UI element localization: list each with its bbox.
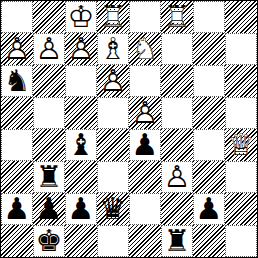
square-h2[interactable] <box>225 193 257 225</box>
square-c8[interactable]: ♚♔ <box>65 1 97 33</box>
square-b1[interactable]: ♚ <box>33 225 65 257</box>
square-e1[interactable] <box>129 225 161 257</box>
square-g2[interactable]: ♟ <box>193 193 225 225</box>
square-g6[interactable] <box>193 65 225 97</box>
square-b6[interactable] <box>33 65 65 97</box>
square-c5[interactable] <box>65 97 97 129</box>
black-pawn-glyph: ♟ <box>33 193 65 225</box>
square-b3[interactable]: ♜ <box>33 161 65 193</box>
square-d4[interactable] <box>97 129 129 161</box>
white-knight[interactable]: ♞♘ <box>129 33 161 65</box>
white-queen-outline: ♕ <box>225 129 257 161</box>
black-king-glyph: ♚ <box>34 226 64 256</box>
black-knight-glyph: ♞ <box>2 66 32 96</box>
chess-board: ♚♔♜♖♜♖♟♙♟♙♟♙♝♗♞♘♞♟♙♟♙♝♟♛♕♜♟♙♟♟♟♛♟♚♜ <box>0 0 258 258</box>
square-a3[interactable] <box>1 161 33 193</box>
black-pawn-glyph: ♟ <box>2 194 32 224</box>
square-d5[interactable] <box>97 97 129 129</box>
black-rook[interactable]: ♜ <box>34 162 64 192</box>
square-a7[interactable]: ♟♙ <box>1 33 33 65</box>
square-h4[interactable]: ♛♕ <box>225 129 257 161</box>
square-e7[interactable]: ♞♘ <box>129 33 161 65</box>
black-queen-glyph: ♛ <box>97 193 129 225</box>
white-rook[interactable]: ♜♖ <box>161 1 193 33</box>
square-h1[interactable] <box>225 225 257 257</box>
square-b8[interactable] <box>33 1 65 33</box>
square-c2[interactable]: ♟ <box>65 193 97 225</box>
white-pawn[interactable]: ♟♙ <box>129 97 161 129</box>
square-a1[interactable] <box>1 225 33 257</box>
white-pawn-outline: ♙ <box>1 33 33 65</box>
black-pawn-glyph: ♟ <box>66 194 96 224</box>
square-b4[interactable] <box>33 129 65 161</box>
square-a2[interactable]: ♟ <box>1 193 33 225</box>
square-g7[interactable] <box>193 33 225 65</box>
white-knight-outline: ♘ <box>129 33 161 65</box>
black-pawn[interactable]: ♟ <box>130 130 160 160</box>
black-bishop-glyph: ♝ <box>66 130 96 160</box>
black-knight[interactable]: ♞ <box>2 66 32 96</box>
square-c6[interactable] <box>65 65 97 97</box>
black-queen[interactable]: ♛ <box>97 193 129 225</box>
square-f2[interactable] <box>161 193 193 225</box>
white-pawn-outline: ♙ <box>97 65 129 97</box>
square-f8[interactable]: ♜♖ <box>161 1 193 33</box>
square-b5[interactable] <box>33 97 65 129</box>
white-king[interactable]: ♚♔ <box>66 2 96 32</box>
chess-diagram: ♚♔♜♖♜♖♟♙♟♙♟♙♝♗♞♘♞♟♙♟♙♝♟♛♕♜♟♙♟♟♟♛♟♚♜ <box>0 0 258 258</box>
white-pawn[interactable]: ♟♙ <box>65 33 97 65</box>
black-pawn[interactable]: ♟ <box>66 194 96 224</box>
square-d8[interactable]: ♜♖ <box>97 1 129 33</box>
square-d3[interactable] <box>97 161 129 193</box>
white-pawn[interactable]: ♟♙ <box>1 33 33 65</box>
white-pawn-outline: ♙ <box>129 97 161 129</box>
square-h6[interactable] <box>225 65 257 97</box>
square-c7[interactable]: ♟♙ <box>65 33 97 65</box>
square-f6[interactable] <box>161 65 193 97</box>
white-bishop-outline: ♗ <box>98 34 128 64</box>
white-pawn-outline: ♙ <box>65 33 97 65</box>
white-pawn-outline: ♙ <box>162 162 192 192</box>
square-d6[interactable]: ♟♙ <box>97 65 129 97</box>
square-c1[interactable] <box>65 225 97 257</box>
black-rook-glyph: ♜ <box>162 226 192 256</box>
white-pawn[interactable]: ♟♙ <box>34 34 64 64</box>
white-queen[interactable]: ♛♕ <box>225 129 257 161</box>
square-f7[interactable] <box>161 33 193 65</box>
square-h7[interactable] <box>225 33 257 65</box>
square-d7[interactable]: ♝♗ <box>97 33 129 65</box>
square-e6[interactable] <box>129 65 161 97</box>
square-c4[interactable]: ♝ <box>65 129 97 161</box>
black-pawn-glyph: ♟ <box>130 130 160 160</box>
black-pawn[interactable]: ♟ <box>194 194 224 224</box>
square-a6[interactable]: ♞ <box>1 65 33 97</box>
square-f5[interactable] <box>161 97 193 129</box>
square-g4[interactable] <box>193 129 225 161</box>
white-bishop[interactable]: ♝♗ <box>98 34 128 64</box>
square-e4[interactable]: ♟ <box>129 129 161 161</box>
white-rook[interactable]: ♜♖ <box>97 1 129 33</box>
square-f3[interactable]: ♟♙ <box>161 161 193 193</box>
square-e5[interactable]: ♟♙ <box>129 97 161 129</box>
square-h5[interactable] <box>225 97 257 129</box>
square-d1[interactable] <box>97 225 129 257</box>
square-e3[interactable] <box>129 161 161 193</box>
square-f1[interactable]: ♜ <box>161 225 193 257</box>
square-a8[interactable] <box>1 1 33 33</box>
black-rook[interactable]: ♜ <box>162 226 192 256</box>
square-e8[interactable] <box>129 1 161 33</box>
square-g1[interactable] <box>193 225 225 257</box>
black-rook-glyph: ♜ <box>34 162 64 192</box>
square-c3[interactable] <box>65 161 97 193</box>
white-king-outline: ♔ <box>66 2 96 32</box>
black-king[interactable]: ♚ <box>34 226 64 256</box>
square-g5[interactable] <box>193 97 225 129</box>
black-pawn-glyph: ♟ <box>194 194 224 224</box>
white-rook-outline: ♖ <box>161 1 193 33</box>
white-pawn[interactable]: ♟♙ <box>162 162 192 192</box>
square-f4[interactable] <box>161 129 193 161</box>
square-e2[interactable] <box>129 193 161 225</box>
black-bishop[interactable]: ♝ <box>66 130 96 160</box>
square-a5[interactable] <box>1 97 33 129</box>
black-pawn[interactable]: ♟ <box>2 194 32 224</box>
square-g3[interactable] <box>193 161 225 193</box>
white-rook-outline: ♖ <box>97 1 129 33</box>
square-h3[interactable] <box>225 161 257 193</box>
square-a4[interactable] <box>1 129 33 161</box>
white-pawn[interactable]: ♟♙ <box>97 65 129 97</box>
white-pawn-outline: ♙ <box>34 34 64 64</box>
square-d2[interactable]: ♛ <box>97 193 129 225</box>
square-h8[interactable] <box>225 1 257 33</box>
black-pawn[interactable]: ♟ <box>33 193 65 225</box>
square-b7[interactable]: ♟♙ <box>33 33 65 65</box>
square-g8[interactable] <box>193 1 225 33</box>
square-b2[interactable]: ♟ <box>33 193 65 225</box>
